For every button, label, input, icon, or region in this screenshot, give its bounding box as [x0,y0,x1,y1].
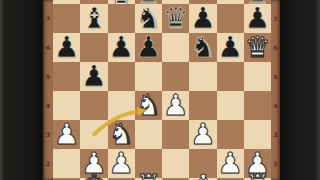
white-pawn-e4: ♟ [163,91,189,120]
square-f4[interactable] [189,91,216,120]
square-f6[interactable]: ♞ [189,33,216,62]
square-a1[interactable] [53,178,80,180]
square-h4[interactable] [244,91,271,120]
black-bishop-b7: ♝ [81,4,107,33]
white-pawn-b2: ♟ [81,149,107,178]
square-e2[interactable] [162,149,189,178]
black-pawn-h7: ♟ [244,4,270,33]
square-d3[interactable] [135,120,162,149]
square-b6[interactable] [80,33,107,62]
black-knight-d7: ♞ [135,4,161,33]
square-h5[interactable] [244,62,271,91]
white-pawn-f3: ♟ [190,120,216,149]
square-a7[interactable] [53,4,80,33]
square-h2[interactable]: ♟ [244,149,271,178]
rank-label-2-right: 2 [271,160,280,168]
square-h3[interactable] [244,120,271,149]
square-h7[interactable]: ♟ [244,4,271,33]
rank-label-4-left: 4 [43,102,53,110]
square-f2[interactable] [189,149,216,178]
square-a5[interactable] [53,62,80,91]
rank-label-4-right: 4 [271,102,280,110]
square-f5[interactable] [189,62,216,91]
white-knight-d4: ♞ [135,91,161,120]
white-pawn-g2: ♟ [217,149,243,178]
white-pawn-a3: ♟ [54,120,80,149]
square-b2[interactable]: ♟ [80,149,107,178]
square-c3[interactable]: ♞ [108,120,135,149]
square-g6[interactable]: ♟ [217,33,244,62]
board-squares: ♚♜♜♝♞♛♟♟♟♟♟♞♟♛♟♞♟♟♞♟♟♟♟♟♚♜♝♜ [53,0,271,180]
rank-label-3-left: 3 [43,131,53,139]
black-pawn-c6: ♟ [108,33,134,62]
rank-label-6-left: 6 [43,44,53,52]
square-c6[interactable]: ♟ [108,33,135,62]
rank-label-5-right: 5 [271,73,280,81]
square-b7[interactable]: ♝ [80,4,107,33]
square-e7[interactable]: ♛ [162,4,189,33]
square-g4[interactable] [217,91,244,120]
rank-label-7-right: 7 [271,15,280,23]
square-b4[interactable] [80,91,107,120]
square-e1[interactable] [162,178,189,180]
square-f7[interactable]: ♟ [189,4,216,33]
square-d2[interactable] [135,149,162,178]
square-g2[interactable]: ♟ [217,149,244,178]
square-c1[interactable] [108,178,135,180]
black-pawn-g6: ♟ [217,33,243,62]
square-g3[interactable] [217,120,244,149]
black-pawn-a6: ♟ [54,33,80,62]
square-g1[interactable] [217,178,244,180]
square-d7[interactable]: ♞ [135,4,162,33]
square-a2[interactable] [53,149,80,178]
square-b5[interactable]: ♟ [80,62,107,91]
square-g7[interactable] [217,4,244,33]
square-e6[interactable] [162,33,189,62]
letterbox-left [0,0,43,180]
rank-label-5-left: 5 [43,73,53,81]
square-b1[interactable]: ♚ [80,178,107,180]
square-e4[interactable]: ♟ [162,91,189,120]
black-queen-e7: ♛ [163,4,189,33]
square-h1[interactable]: ♜ [244,178,271,180]
rank-label-2-left: 2 [43,160,53,168]
black-pawn-f7: ♟ [190,4,216,33]
rank-label-6-right: 6 [271,44,280,52]
square-c7[interactable] [108,4,135,33]
white-pawn-c2: ♟ [108,149,134,178]
square-h6[interactable]: ♛ [244,33,271,62]
white-knight-c3: ♞ [108,120,134,149]
black-knight-f6: ♞ [190,33,216,62]
square-a4[interactable] [53,91,80,120]
square-e3[interactable] [162,120,189,149]
square-f1[interactable]: ♝ [189,178,216,180]
chess-board: ♚♜♜♝♞♛♟♟♟♟♟♞♟♛♟♞♟♟♞♟♟♟♟♟♚♜♝♜ 88776655443… [43,0,280,180]
square-c2[interactable]: ♟ [108,149,135,178]
rank-label-7-left: 7 [43,15,53,23]
square-c5[interactable] [108,62,135,91]
square-g5[interactable] [217,62,244,91]
square-d1[interactable]: ♜ [135,178,162,180]
rank-label-3-right: 3 [271,131,280,139]
square-f3[interactable]: ♟ [189,120,216,149]
letterbox-right [280,0,320,180]
square-d6[interactable]: ♟ [135,33,162,62]
black-pawn-b5: ♟ [81,62,107,91]
white-queen-h6: ♛ [244,33,270,62]
square-e5[interactable] [162,62,189,91]
square-a6[interactable]: ♟ [53,33,80,62]
black-pawn-d6: ♟ [135,33,161,62]
square-d5[interactable] [135,62,162,91]
square-c4[interactable] [108,91,135,120]
square-d4[interactable]: ♞ [135,91,162,120]
square-a3[interactable]: ♟ [53,120,80,149]
square-b3[interactable] [80,120,107,149]
white-pawn-h2: ♟ [244,149,270,178]
